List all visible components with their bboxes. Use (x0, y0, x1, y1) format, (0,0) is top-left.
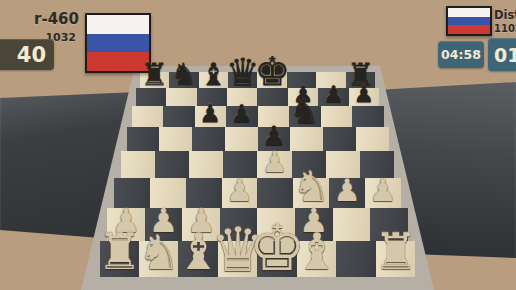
square-g5[interactable] (323, 127, 356, 151)
white-knight-b1[interactable]: ♞ (138, 229, 181, 277)
black-king-e8[interactable]: ♚ (254, 52, 290, 92)
white-pawn-e4[interactable]: ♟ (262, 148, 288, 177)
square-g1[interactable] (336, 241, 375, 277)
flag-blue-stripe (448, 17, 490, 26)
square-g6[interactable] (321, 106, 353, 127)
black-clock: 01: (488, 38, 516, 71)
square-h5[interactable] (356, 127, 389, 151)
flag-blue-stripe (87, 34, 149, 53)
black-rook-a8[interactable]: ♜ (140, 59, 168, 90)
flag-white-stripe (87, 15, 149, 34)
white-bishop-f1[interactable]: ♝ (294, 227, 339, 277)
square-b6[interactable] (163, 106, 195, 127)
black-knight-b8[interactable]: ♞ (171, 60, 197, 89)
right-player-russia-flag (446, 6, 492, 36)
white-rook-h1[interactable]: ♜ (373, 227, 418, 277)
black-pawn-h7[interactable]: ♟ (354, 83, 375, 106)
square-e3[interactable] (257, 178, 293, 208)
square-a5[interactable] (127, 127, 160, 151)
white-clock: 04:58 (438, 41, 484, 68)
square-c5[interactable] (192, 127, 225, 151)
black-pawn-g7[interactable]: ♟ (323, 83, 344, 106)
game-screen: ♜♞♝♛♚♜♟♟♟♟♟♞♟♟♟♞♟♟♟♟♟♟♜♞♝♛♚♝♜ r-460 1032… (0, 0, 516, 290)
black-pawn-d6[interactable]: ♟ (231, 102, 253, 127)
black-knight-f6[interactable]: ♞ (290, 95, 320, 128)
flag-red-stripe (448, 25, 490, 34)
square-b5[interactable] (159, 127, 192, 151)
white-pawn-g3[interactable]: ♟ (333, 175, 361, 206)
black-pawn-c6[interactable]: ♟ (199, 102, 221, 127)
flag-white-stripe (448, 8, 490, 17)
right-player-name: Distre (494, 8, 516, 22)
square-b4[interactable] (155, 151, 189, 178)
white-rook-a1[interactable]: ♜ (97, 227, 142, 277)
right-player-rating: 1102 (494, 23, 516, 34)
square-a6[interactable] (132, 106, 164, 127)
black-bishop-c8[interactable]: ♝ (199, 59, 227, 90)
square-c4[interactable] (189, 151, 223, 178)
left-player-name: r-460 (0, 10, 79, 28)
square-d5[interactable] (225, 127, 258, 151)
white-pawn-h3[interactable]: ♟ (369, 175, 397, 206)
white-pawn-d3[interactable]: ♟ (226, 175, 254, 206)
square-a4[interactable] (121, 151, 155, 178)
square-h6[interactable] (352, 106, 384, 127)
own-move-timer: 40 (0, 39, 54, 70)
